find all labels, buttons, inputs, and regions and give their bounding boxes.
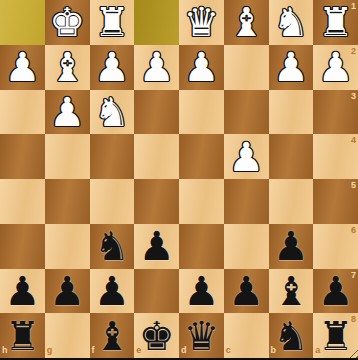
square-g4[interactable] — [45, 134, 90, 179]
square-d1[interactable]: ♛ — [179, 0, 224, 45]
piece-black-pawn[interactable]: ♟ — [269, 224, 314, 269]
piece-black-pawn[interactable]: ♟ — [0, 269, 45, 314]
square-a4[interactable]: 4 — [313, 134, 358, 179]
square-b5[interactable] — [269, 179, 314, 224]
square-a6[interactable]: 6 — [313, 224, 358, 269]
square-a2[interactable]: 2♟ — [313, 45, 358, 90]
chess-board: ♚♜♛♝♞1♜♟♝♟♟♟♟2♟♟♞3♟45♞♟♟6♟♟♟♟♟♝7♟h♜gf♝e♚… — [0, 0, 358, 358]
piece-white-pawn[interactable]: ♟ — [179, 45, 224, 90]
square-b8[interactable]: b♞ — [269, 313, 314, 358]
piece-white-knight[interactable]: ♞ — [90, 90, 135, 135]
file-label-c: c — [226, 346, 231, 355]
square-c4[interactable]: ♟ — [224, 134, 269, 179]
square-a3[interactable]: 3 — [313, 90, 358, 135]
square-b1[interactable]: ♞ — [269, 0, 314, 45]
piece-black-pawn[interactable]: ♟ — [224, 269, 269, 314]
square-f4[interactable] — [90, 134, 135, 179]
rank-label-6: 6 — [351, 226, 356, 235]
square-h5[interactable] — [0, 179, 45, 224]
piece-white-pawn[interactable]: ♟ — [0, 45, 45, 90]
square-h7[interactable]: ♟ — [0, 269, 45, 314]
file-label-g: g — [47, 346, 53, 355]
piece-white-queen[interactable]: ♛ — [179, 0, 224, 45]
square-e3[interactable] — [134, 90, 179, 135]
piece-black-pawn[interactable]: ♟ — [313, 269, 358, 314]
piece-white-rook[interactable]: ♜ — [313, 0, 358, 45]
square-d2[interactable]: ♟ — [179, 45, 224, 90]
square-f5[interactable] — [90, 179, 135, 224]
piece-black-knight[interactable]: ♞ — [90, 224, 135, 269]
square-c5[interactable] — [224, 179, 269, 224]
square-c3[interactable] — [224, 90, 269, 135]
square-d7[interactable]: ♟ — [179, 269, 224, 314]
square-d4[interactable] — [179, 134, 224, 179]
square-b6[interactable]: ♟ — [269, 224, 314, 269]
piece-white-king[interactable]: ♚ — [45, 0, 90, 45]
piece-black-pawn[interactable]: ♟ — [45, 269, 90, 314]
square-c6[interactable] — [224, 224, 269, 269]
square-c7[interactable]: ♟ — [224, 269, 269, 314]
piece-black-rook[interactable]: ♜ — [0, 313, 45, 358]
square-f1[interactable]: ♜ — [90, 0, 135, 45]
piece-black-pawn[interactable]: ♟ — [134, 224, 179, 269]
square-d8[interactable]: d♛ — [179, 313, 224, 358]
square-a7[interactable]: 7♟ — [313, 269, 358, 314]
piece-black-pawn[interactable]: ♟ — [90, 269, 135, 314]
piece-white-pawn[interactable]: ♟ — [45, 90, 90, 135]
piece-black-rook[interactable]: ♜ — [313, 313, 358, 358]
square-e5[interactable] — [134, 179, 179, 224]
square-g7[interactable]: ♟ — [45, 269, 90, 314]
square-e6[interactable]: ♟ — [134, 224, 179, 269]
square-c1[interactable]: ♝ — [224, 0, 269, 45]
square-f3[interactable]: ♞ — [90, 90, 135, 135]
piece-white-bishop[interactable]: ♝ — [224, 0, 269, 45]
square-g5[interactable] — [45, 179, 90, 224]
square-d3[interactable] — [179, 90, 224, 135]
square-b4[interactable] — [269, 134, 314, 179]
square-a1[interactable]: 1♜ — [313, 0, 358, 45]
square-b2[interactable]: ♟ — [269, 45, 314, 90]
piece-black-knight[interactable]: ♞ — [269, 313, 314, 358]
square-c2[interactable] — [224, 45, 269, 90]
square-g1[interactable]: ♚ — [45, 0, 90, 45]
square-a8[interactable]: 8a♜ — [313, 313, 358, 358]
square-f7[interactable]: ♟ — [90, 269, 135, 314]
square-g3[interactable]: ♟ — [45, 90, 90, 135]
square-e2[interactable]: ♟ — [134, 45, 179, 90]
square-g8[interactable]: g — [45, 313, 90, 358]
square-e7[interactable] — [134, 269, 179, 314]
square-g6[interactable] — [45, 224, 90, 269]
square-d5[interactable] — [179, 179, 224, 224]
square-b3[interactable] — [269, 90, 314, 135]
square-e8[interactable]: e♚ — [134, 313, 179, 358]
piece-white-rook[interactable]: ♜ — [90, 0, 135, 45]
square-c8[interactable]: c — [224, 313, 269, 358]
piece-black-queen[interactable]: ♛ — [179, 313, 224, 358]
square-h1[interactable] — [0, 0, 45, 45]
square-d6[interactable] — [179, 224, 224, 269]
square-h3[interactable] — [0, 90, 45, 135]
piece-white-pawn[interactable]: ♟ — [134, 45, 179, 90]
square-g2[interactable]: ♝ — [45, 45, 90, 90]
piece-white-knight[interactable]: ♞ — [269, 0, 314, 45]
piece-black-bishop[interactable]: ♝ — [90, 313, 135, 358]
square-a5[interactable]: 5 — [313, 179, 358, 224]
square-h8[interactable]: h♜ — [0, 313, 45, 358]
piece-black-bishop[interactable]: ♝ — [269, 269, 314, 314]
piece-white-bishop[interactable]: ♝ — [45, 45, 90, 90]
square-e1[interactable] — [134, 0, 179, 45]
square-f6[interactable]: ♞ — [90, 224, 135, 269]
rank-label-4: 4 — [351, 136, 356, 145]
piece-white-pawn[interactable]: ♟ — [90, 45, 135, 90]
piece-white-pawn[interactable]: ♟ — [269, 45, 314, 90]
piece-black-king[interactable]: ♚ — [134, 313, 179, 358]
square-b7[interactable]: ♝ — [269, 269, 314, 314]
square-f8[interactable]: f♝ — [90, 313, 135, 358]
square-h4[interactable] — [0, 134, 45, 179]
piece-white-pawn[interactable]: ♟ — [224, 134, 269, 179]
square-f2[interactable]: ♟ — [90, 45, 135, 90]
piece-black-pawn[interactable]: ♟ — [179, 269, 224, 314]
square-e4[interactable] — [134, 134, 179, 179]
rank-label-5: 5 — [351, 181, 356, 190]
square-h2[interactable]: ♟ — [0, 45, 45, 90]
square-h6[interactable] — [0, 224, 45, 269]
rank-label-3: 3 — [351, 92, 356, 101]
piece-white-pawn[interactable]: ♟ — [313, 45, 358, 90]
